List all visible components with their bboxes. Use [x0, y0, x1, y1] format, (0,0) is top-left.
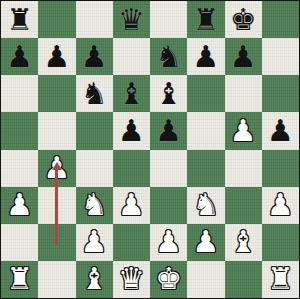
chess-board-wrap: ♜♛♜♚♟♟♟♞♟♟♞♝♝♟♟♟♟♟♟♞♟♞♟♟♟♟♝♜♝♛♚♜ — [0, 0, 300, 299]
piece-black-rook[interactable]: ♜ — [192, 5, 219, 35]
square-d4[interactable] — [113, 150, 150, 187]
square-e8[interactable] — [150, 1, 187, 38]
square-a4[interactable] — [1, 150, 38, 187]
square-c3[interactable]: ♞ — [76, 187, 113, 224]
piece-white-pawn[interactable]: ♟ — [6, 190, 33, 220]
piece-white-king[interactable]: ♚ — [155, 264, 182, 294]
square-g3[interactable] — [225, 187, 262, 224]
piece-black-queen[interactable]: ♛ — [118, 5, 145, 35]
square-e1[interactable]: ♚ — [150, 261, 187, 298]
square-e2[interactable]: ♟ — [150, 224, 187, 261]
square-f8[interactable]: ♜ — [187, 1, 224, 38]
square-f5[interactable] — [187, 112, 224, 149]
piece-white-rook[interactable]: ♜ — [6, 264, 33, 294]
square-a8[interactable]: ♜ — [1, 1, 38, 38]
square-h7[interactable] — [262, 38, 299, 75]
piece-white-pawn[interactable]: ♟ — [192, 227, 219, 257]
square-h4[interactable] — [262, 150, 299, 187]
square-d2[interactable] — [113, 224, 150, 261]
piece-white-bishop[interactable]: ♝ — [230, 227, 257, 257]
square-a7[interactable]: ♟ — [1, 38, 38, 75]
piece-white-knight[interactable]: ♞ — [81, 190, 108, 220]
piece-white-pawn[interactable]: ♟ — [118, 190, 145, 220]
piece-white-knight[interactable]: ♞ — [192, 190, 219, 220]
square-c1[interactable]: ♝ — [76, 261, 113, 298]
square-b6[interactable] — [38, 75, 75, 112]
square-d6[interactable]: ♝ — [113, 75, 150, 112]
square-b7[interactable]: ♟ — [38, 38, 75, 75]
piece-black-pawn[interactable]: ♟ — [6, 42, 33, 72]
square-g2[interactable]: ♝ — [225, 224, 262, 261]
move-arrow-head — [52, 162, 62, 170]
square-a6[interactable] — [1, 75, 38, 112]
piece-black-knight[interactable]: ♞ — [155, 42, 182, 72]
square-b8[interactable] — [38, 1, 75, 38]
piece-black-pawn[interactable]: ♟ — [43, 42, 70, 72]
square-h5[interactable]: ♟ — [262, 112, 299, 149]
square-d1[interactable]: ♛ — [113, 261, 150, 298]
square-f3[interactable]: ♞ — [187, 187, 224, 224]
square-d7[interactable] — [113, 38, 150, 75]
piece-white-pawn[interactable]: ♟ — [81, 227, 108, 257]
square-h6[interactable] — [262, 75, 299, 112]
square-g8[interactable]: ♚ — [225, 1, 262, 38]
square-b1[interactable] — [38, 261, 75, 298]
piece-white-bishop[interactable]: ♝ — [81, 264, 108, 294]
move-arrow-line — [55, 169, 58, 246]
piece-black-pawn[interactable]: ♟ — [230, 42, 257, 72]
square-g6[interactable] — [225, 75, 262, 112]
square-g1[interactable] — [225, 261, 262, 298]
piece-black-pawn[interactable]: ♟ — [192, 42, 219, 72]
square-g7[interactable]: ♟ — [225, 38, 262, 75]
square-a2[interactable] — [1, 224, 38, 261]
piece-white-pawn[interactable]: ♟ — [155, 227, 182, 257]
piece-white-pawn[interactable]: ♟ — [267, 190, 294, 220]
square-e5[interactable]: ♟ — [150, 112, 187, 149]
square-f4[interactable] — [187, 150, 224, 187]
square-h2[interactable] — [262, 224, 299, 261]
piece-black-bishop[interactable]: ♝ — [118, 79, 145, 109]
square-g4[interactable] — [225, 150, 262, 187]
square-c6[interactable]: ♞ — [76, 75, 113, 112]
square-c4[interactable] — [76, 150, 113, 187]
square-f7[interactable]: ♟ — [187, 38, 224, 75]
piece-black-pawn[interactable]: ♟ — [267, 116, 294, 146]
square-f1[interactable] — [187, 261, 224, 298]
piece-black-bishop[interactable]: ♝ — [155, 79, 182, 109]
square-c8[interactable] — [76, 1, 113, 38]
square-f2[interactable]: ♟ — [187, 224, 224, 261]
square-e6[interactable]: ♝ — [150, 75, 187, 112]
square-a5[interactable] — [1, 112, 38, 149]
piece-black-pawn[interactable]: ♟ — [118, 116, 145, 146]
square-h1[interactable]: ♜ — [262, 261, 299, 298]
square-a1[interactable]: ♜ — [1, 261, 38, 298]
piece-black-knight[interactable]: ♞ — [81, 79, 108, 109]
piece-white-queen[interactable]: ♛ — [118, 264, 145, 294]
square-h3[interactable]: ♟ — [262, 187, 299, 224]
square-c5[interactable] — [76, 112, 113, 149]
square-h8[interactable] — [262, 1, 299, 38]
piece-black-pawn[interactable]: ♟ — [81, 42, 108, 72]
piece-black-rook[interactable]: ♜ — [6, 5, 33, 35]
square-e4[interactable] — [150, 150, 187, 187]
square-f6[interactable] — [187, 75, 224, 112]
piece-black-king[interactable]: ♚ — [230, 5, 257, 35]
square-c2[interactable]: ♟ — [76, 224, 113, 261]
square-e3[interactable] — [150, 187, 187, 224]
square-a3[interactable]: ♟ — [1, 187, 38, 224]
square-e7[interactable]: ♞ — [150, 38, 187, 75]
square-c7[interactable]: ♟ — [76, 38, 113, 75]
square-d8[interactable]: ♛ — [113, 1, 150, 38]
square-d3[interactable]: ♟ — [113, 187, 150, 224]
piece-white-pawn[interactable]: ♟ — [230, 116, 257, 146]
chess-board: ♜♛♜♚♟♟♟♞♟♟♞♝♝♟♟♟♟♟♟♞♟♞♟♟♟♟♝♜♝♛♚♜ — [0, 0, 300, 299]
square-b5[interactable] — [38, 112, 75, 149]
square-d5[interactable]: ♟ — [113, 112, 150, 149]
piece-black-pawn[interactable]: ♟ — [155, 116, 182, 146]
piece-white-rook[interactable]: ♜ — [267, 264, 294, 294]
square-g5[interactable]: ♟ — [225, 112, 262, 149]
